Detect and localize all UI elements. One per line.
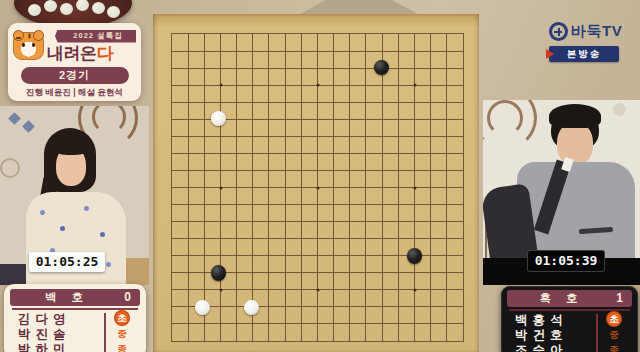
white-stage-badges: 초 중 종 <box>110 311 134 352</box>
stage-badge: 초 <box>115 311 129 325</box>
player-silhouette <box>549 104 601 128</box>
black-clock: 01:05:39 <box>528 251 604 271</box>
backdrop-motif <box>22 120 35 133</box>
white-team-name: 백 호 <box>24 289 110 306</box>
white-stone-in-bowl <box>28 4 41 16</box>
player-silhouette <box>53 140 89 155</box>
black-team-header: 흑 호 1 <box>507 290 632 307</box>
channel-name: 바둑TV <box>571 22 622 41</box>
backdrop-shadow <box>300 0 418 14</box>
white-stone-in-bowl <box>92 2 105 14</box>
white-team-header: 백 호 0 <box>10 289 140 306</box>
season-ribbon: 2022 설특집 <box>55 30 136 43</box>
baduktv-icon <box>549 22 568 41</box>
black-stone-O17 <box>374 60 389 75</box>
live-badge: 본방송 <box>549 46 619 62</box>
black-team-name: 흑 호 <box>521 290 602 307</box>
white-stone-in-bowl <box>44 0 57 12</box>
go-board <box>153 14 479 352</box>
board-grid <box>162 24 471 350</box>
white-clock: 01:05:25 <box>29 252 105 272</box>
divider <box>104 313 106 352</box>
black-team-panel: 흑 호 1 백홍석 박건호 조승아 초 중 종 <box>501 286 638 352</box>
backdrop-motif <box>487 100 523 136</box>
black-stage-badges: 초 중 종 <box>602 312 626 352</box>
white-stone-in-bowl <box>107 6 120 18</box>
stage-badge: 중 <box>110 326 134 341</box>
black-stone-D5 <box>211 265 226 280</box>
stage-badge: 종 <box>602 342 626 352</box>
black-stone-Q6 <box>407 248 422 263</box>
tiger-icon <box>13 32 44 60</box>
broadcast-frame: 2022 설특집 내려온다 2경기 진행 배윤진 | 해설 윤현석 바둑TV 본… <box>0 0 640 352</box>
white-team-score: 0 <box>124 289 131 306</box>
backdrop-motif <box>0 158 20 178</box>
stage-badge: 종 <box>110 341 134 352</box>
stage-badge: 중 <box>602 327 626 342</box>
white-team-panel: 백 호 0 김다영 박진솔 박하민 초 중 종 <box>4 284 146 352</box>
live-chevron-icon <box>546 49 554 59</box>
stage-badge: 초 <box>607 312 621 326</box>
show-logo: 2022 설특집 내려온다 <box>13 27 136 65</box>
divider <box>596 314 598 352</box>
white-stone-in-bowl <box>60 3 73 15</box>
channel-logo: 바둑TV <box>549 22 622 41</box>
white-stone-in-bowl <box>76 0 89 11</box>
player-silhouette <box>557 122 593 166</box>
white-stone-D14 <box>211 111 226 126</box>
show-title: 내려온다 <box>47 44 136 63</box>
backdrop-motif <box>8 112 21 125</box>
host-commentator-credits: 진행 배윤진 | 해설 윤현석 <box>13 87 136 99</box>
white-stone-C3 <box>195 300 210 315</box>
backdrop-motif <box>613 103 626 116</box>
match-label: 2경기 <box>21 67 129 84</box>
title-card: 2022 설특집 내려온다 2경기 진행 배윤진 | 해설 윤현석 <box>8 23 141 101</box>
white-stone-F3 <box>244 300 259 315</box>
black-team-score: 1 <box>616 290 623 307</box>
